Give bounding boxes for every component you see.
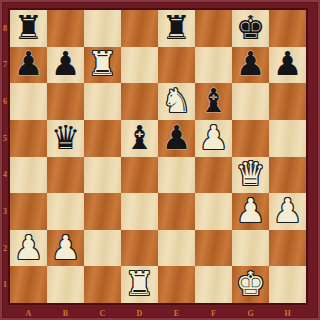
- file-label-a: A: [10, 306, 47, 320]
- square-h7[interactable]: ♟: [269, 47, 306, 84]
- square-e7[interactable]: [158, 47, 195, 84]
- square-b4[interactable]: [47, 157, 84, 194]
- piece-white-king-icon: ♚: [236, 267, 266, 300]
- square-g5[interactable]: [232, 120, 269, 157]
- piece-black-pawn-icon: ♟: [51, 47, 81, 80]
- piece-white-pawn-icon: ♟: [273, 194, 303, 227]
- file-label-h: H: [269, 306, 306, 320]
- square-a3[interactable]: [10, 193, 47, 230]
- piece-white-knight-icon: ♞: [162, 84, 192, 117]
- square-d2[interactable]: [121, 230, 158, 267]
- square-h6[interactable]: [269, 83, 306, 120]
- square-a2[interactable]: ♟: [10, 230, 47, 267]
- square-d1[interactable]: ♜: [121, 266, 158, 303]
- piece-white-rook-icon: ♜: [88, 47, 118, 80]
- square-g2[interactable]: [232, 230, 269, 267]
- square-a6[interactable]: [10, 83, 47, 120]
- piece-black-bishop-icon: ♝: [125, 121, 155, 154]
- file-label-f: F: [195, 306, 232, 320]
- piece-black-pawn-icon: ♟: [236, 47, 266, 80]
- square-g8[interactable]: ♚: [232, 10, 269, 47]
- square-b1[interactable]: [47, 266, 84, 303]
- square-d8[interactable]: [121, 10, 158, 47]
- square-e4[interactable]: [158, 157, 195, 194]
- square-e3[interactable]: [158, 193, 195, 230]
- square-h2[interactable]: [269, 230, 306, 267]
- piece-black-bishop-icon: ♝: [199, 84, 229, 117]
- piece-white-pawn-icon: ♟: [14, 231, 44, 264]
- rank-label-2: 2: [0, 230, 10, 267]
- square-f3[interactable]: [195, 193, 232, 230]
- rank-labels: 87654321: [0, 10, 10, 303]
- piece-black-pawn-icon: ♟: [273, 47, 303, 80]
- square-e2[interactable]: [158, 230, 195, 267]
- square-h8[interactable]: [269, 10, 306, 47]
- piece-white-pawn-icon: ♟: [236, 194, 266, 227]
- square-f4[interactable]: [195, 157, 232, 194]
- piece-white-pawn-icon: ♟: [51, 231, 81, 264]
- square-d5[interactable]: ♝: [121, 120, 158, 157]
- piece-white-rook-icon: ♜: [125, 267, 155, 300]
- square-c1[interactable]: [84, 266, 121, 303]
- square-a1[interactable]: [10, 266, 47, 303]
- piece-black-pawn-icon: ♟: [14, 47, 44, 80]
- square-b2[interactable]: ♟: [47, 230, 84, 267]
- square-h5[interactable]: [269, 120, 306, 157]
- square-a8[interactable]: ♜: [10, 10, 47, 47]
- file-label-b: B: [47, 306, 84, 320]
- square-c3[interactable]: [84, 193, 121, 230]
- square-f6[interactable]: ♝: [195, 83, 232, 120]
- square-h3[interactable]: ♟: [269, 193, 306, 230]
- square-e5[interactable]: ♟: [158, 120, 195, 157]
- piece-black-king-icon: ♚: [236, 11, 266, 44]
- piece-white-pawn-icon: ♟: [199, 121, 229, 154]
- square-g3[interactable]: ♟: [232, 193, 269, 230]
- square-b6[interactable]: [47, 83, 84, 120]
- square-a5[interactable]: [10, 120, 47, 157]
- square-c7[interactable]: ♜: [84, 47, 121, 84]
- square-g6[interactable]: [232, 83, 269, 120]
- square-c4[interactable]: [84, 157, 121, 194]
- rank-label-6: 6: [0, 83, 10, 120]
- square-d7[interactable]: [121, 47, 158, 84]
- square-c5[interactable]: [84, 120, 121, 157]
- square-c6[interactable]: [84, 83, 121, 120]
- square-d6[interactable]: [121, 83, 158, 120]
- square-c8[interactable]: [84, 10, 121, 47]
- square-b5[interactable]: ♛: [47, 120, 84, 157]
- rank-label-3: 3: [0, 193, 10, 230]
- file-label-e: E: [158, 306, 195, 320]
- square-e1[interactable]: [158, 266, 195, 303]
- piece-black-pawn-icon: ♟: [162, 121, 192, 154]
- rank-label-7: 7: [0, 47, 10, 84]
- rank-label-1: 1: [0, 266, 10, 303]
- square-f8[interactable]: [195, 10, 232, 47]
- file-labels: ABCDEFGH: [10, 303, 306, 320]
- piece-white-queen-icon: ♛: [236, 157, 266, 190]
- rank-label-4: 4: [0, 157, 10, 194]
- square-f5[interactable]: ♟: [195, 120, 232, 157]
- piece-black-queen-icon: ♛: [51, 121, 81, 154]
- square-e8[interactable]: ♜: [158, 10, 195, 47]
- square-g7[interactable]: ♟: [232, 47, 269, 84]
- square-f2[interactable]: [195, 230, 232, 267]
- chess-board-frame: 87654321 ♜♜♚♟♟♜♟♟♞♝♛♝♟♟♛♟♟♟♟♜♚ ABCDEFGH: [0, 0, 320, 320]
- square-f7[interactable]: [195, 47, 232, 84]
- file-label-d: D: [121, 306, 158, 320]
- rank-label-5: 5: [0, 120, 10, 157]
- square-a7[interactable]: ♟: [10, 47, 47, 84]
- square-d3[interactable]: [121, 193, 158, 230]
- piece-black-rook-icon: ♜: [162, 11, 192, 44]
- chess-board: ♜♜♚♟♟♜♟♟♞♝♛♝♟♟♛♟♟♟♟♜♚: [10, 10, 306, 303]
- square-g4[interactable]: ♛: [232, 157, 269, 194]
- rank-label-8: 8: [0, 10, 10, 47]
- file-label-c: C: [84, 306, 121, 320]
- square-g1[interactable]: ♚: [232, 266, 269, 303]
- square-b8[interactable]: [47, 10, 84, 47]
- square-h1[interactable]: [269, 266, 306, 303]
- square-e6[interactable]: ♞: [158, 83, 195, 120]
- square-f1[interactable]: [195, 266, 232, 303]
- square-h4[interactable]: [269, 157, 306, 194]
- square-b7[interactable]: ♟: [47, 47, 84, 84]
- piece-black-rook-icon: ♜: [14, 11, 44, 44]
- square-c2[interactable]: [84, 230, 121, 267]
- file-label-g: G: [232, 306, 269, 320]
- square-b3[interactable]: [47, 193, 84, 230]
- square-a4[interactable]: [10, 157, 47, 194]
- square-d4[interactable]: [121, 157, 158, 194]
